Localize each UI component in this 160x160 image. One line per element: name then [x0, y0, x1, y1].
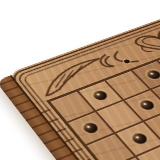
photo-canvas	[0, 0, 160, 160]
stud-dot	[137, 99, 156, 112]
stud-dot	[129, 131, 149, 145]
game-board	[6, 0, 160, 160]
stud-dot	[91, 89, 110, 102]
stud-dot	[145, 69, 160, 81]
stud-dot	[81, 121, 101, 135]
